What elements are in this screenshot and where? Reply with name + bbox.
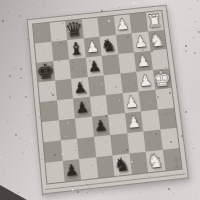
white-pawn: ♟ (126, 112, 142, 134)
square: ♟ (62, 159, 81, 182)
black-knight: ♞ (100, 35, 118, 56)
white-pawn: ♟ (124, 92, 140, 113)
white-king: ♚ (151, 68, 172, 90)
white-pawn: ♟ (115, 14, 130, 34)
black-pawn: ♟ (74, 97, 89, 118)
white-knight: ♞ (148, 30, 166, 51)
square (35, 42, 53, 63)
square: ♚ (152, 68, 171, 89)
square (53, 59, 71, 80)
black-pawn: ♟ (87, 56, 102, 77)
square (79, 157, 98, 179)
black-pawn: ♟ (73, 77, 88, 98)
square: ♛ (65, 19, 83, 40)
square (44, 141, 63, 163)
square (57, 99, 75, 121)
white-rook: ♜ (146, 11, 164, 32)
square (40, 100, 58, 122)
square (69, 58, 87, 79)
square (77, 137, 96, 159)
board-logo-icon: ◈◈ (169, 155, 185, 171)
square: ♝ (67, 38, 85, 59)
square (33, 23, 51, 44)
table-edge-shadow (0, 185, 27, 200)
black-pawn: ♟ (93, 115, 109, 137)
square (42, 120, 60, 142)
white-pawn: ♟ (133, 32, 148, 53)
square (46, 161, 65, 184)
square: ♟ (73, 97, 91, 119)
square (55, 79, 73, 100)
white-pawn: ♟ (138, 70, 154, 91)
chess-board: ♛♟♜♝♟♞♟♞♚♟♟♟♟♚♟♟♟♟♟♞♞ ◈◈ (27, 5, 189, 195)
white-pawn: ♟ (135, 51, 151, 72)
square: ♟ (71, 77, 89, 98)
black-bishop: ♝ (67, 38, 85, 59)
square: ♞ (148, 30, 167, 51)
square (51, 40, 69, 61)
square (49, 21, 67, 42)
black-pawn: ♟ (64, 159, 80, 181)
square (155, 88, 174, 110)
square (150, 49, 169, 70)
logo-ornament-glyph: ◈ (174, 163, 181, 171)
square (38, 81, 56, 103)
black-knight: ♞ (113, 154, 132, 176)
square: ♜ (145, 11, 163, 32)
white-pawn: ♟ (85, 37, 100, 58)
square (75, 117, 94, 139)
square (160, 128, 179, 150)
square (157, 108, 176, 130)
photo-scene: ♛♟♜♝♟♞♟♞♚♟♟♟♟♚♟♟♟♟♟♞♞ ◈◈ (0, 0, 200, 200)
square (60, 139, 79, 161)
board-squares: ♛♟♜♝♟♞♟♞♚♟♟♟♟♚♟♟♟♟♟♞♞ (32, 10, 183, 185)
square: ♚ (37, 61, 55, 82)
square (58, 119, 77, 141)
